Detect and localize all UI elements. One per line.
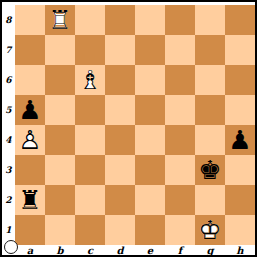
rank-labels: 87654321 bbox=[2, 5, 15, 245]
square-c7[interactable] bbox=[75, 35, 105, 65]
square-h4[interactable]: ♟ bbox=[225, 125, 255, 155]
square-f2[interactable] bbox=[165, 185, 195, 215]
white-pawn-glyph: ♙ bbox=[15, 125, 45, 155]
square-a1[interactable] bbox=[15, 215, 45, 245]
square-f7[interactable] bbox=[165, 35, 195, 65]
square-g4[interactable] bbox=[195, 125, 225, 155]
piece-black-rook[interactable]: ♜ bbox=[15, 185, 45, 215]
piece-black-pawn[interactable]: ♟ bbox=[225, 125, 255, 155]
square-b7[interactable] bbox=[45, 35, 75, 65]
square-a4[interactable]: ♟♙ bbox=[15, 125, 45, 155]
chess-diagram: 87654321 ♜♖♝♗♟♟♙♟♚♜♚♔ abcdefgh bbox=[0, 0, 257, 257]
square-c3[interactable] bbox=[75, 155, 105, 185]
square-b3[interactable] bbox=[45, 155, 75, 185]
piece-white-pawn[interactable]: ♟♙ bbox=[15, 125, 45, 155]
rank-label-6: 6 bbox=[2, 65, 15, 95]
square-f1[interactable] bbox=[165, 215, 195, 245]
square-g6[interactable] bbox=[195, 65, 225, 95]
square-g1[interactable]: ♚♔ bbox=[195, 215, 225, 245]
square-e1[interactable] bbox=[135, 215, 165, 245]
square-b8[interactable]: ♜♖ bbox=[45, 5, 75, 35]
square-h3[interactable] bbox=[225, 155, 255, 185]
square-d2[interactable] bbox=[105, 185, 135, 215]
piece-white-king[interactable]: ♚♔ bbox=[195, 215, 225, 245]
file-label-d: d bbox=[105, 245, 135, 257]
square-c5[interactable] bbox=[75, 95, 105, 125]
square-f4[interactable] bbox=[165, 125, 195, 155]
square-d8[interactable] bbox=[105, 5, 135, 35]
square-d5[interactable] bbox=[105, 95, 135, 125]
square-a8[interactable] bbox=[15, 5, 45, 35]
square-c8[interactable] bbox=[75, 5, 105, 35]
white-to-move-indicator bbox=[4, 240, 18, 254]
white-rook-glyph: ♖ bbox=[45, 5, 75, 35]
rank-label-7: 7 bbox=[2, 35, 15, 65]
square-c6[interactable]: ♝♗ bbox=[75, 65, 105, 95]
square-c2[interactable] bbox=[75, 185, 105, 215]
square-e2[interactable] bbox=[135, 185, 165, 215]
file-label-g: g bbox=[195, 245, 225, 257]
square-b4[interactable] bbox=[45, 125, 75, 155]
square-e4[interactable] bbox=[135, 125, 165, 155]
piece-black-king[interactable]: ♚ bbox=[195, 155, 225, 185]
square-b5[interactable] bbox=[45, 95, 75, 125]
square-d7[interactable] bbox=[105, 35, 135, 65]
square-b2[interactable] bbox=[45, 185, 75, 215]
square-d6[interactable] bbox=[105, 65, 135, 95]
square-d4[interactable] bbox=[105, 125, 135, 155]
square-a5[interactable]: ♟ bbox=[15, 95, 45, 125]
square-e8[interactable] bbox=[135, 5, 165, 35]
square-h8[interactable] bbox=[225, 5, 255, 35]
square-e3[interactable] bbox=[135, 155, 165, 185]
square-e5[interactable] bbox=[135, 95, 165, 125]
square-g2[interactable] bbox=[195, 185, 225, 215]
file-labels: abcdefgh bbox=[15, 245, 255, 257]
square-g8[interactable] bbox=[195, 5, 225, 35]
file-label-b: b bbox=[45, 245, 75, 257]
white-king-glyph: ♔ bbox=[195, 215, 225, 245]
square-f5[interactable] bbox=[165, 95, 195, 125]
rank-label-5: 5 bbox=[2, 95, 15, 125]
square-e6[interactable] bbox=[135, 65, 165, 95]
square-c4[interactable] bbox=[75, 125, 105, 155]
square-c1[interactable] bbox=[75, 215, 105, 245]
piece-white-bishop[interactable]: ♝♗ bbox=[75, 65, 105, 95]
square-h1[interactable] bbox=[225, 215, 255, 245]
rank-label-4: 4 bbox=[2, 125, 15, 155]
square-a3[interactable] bbox=[15, 155, 45, 185]
square-f3[interactable] bbox=[165, 155, 195, 185]
square-g7[interactable] bbox=[195, 35, 225, 65]
file-label-c: c bbox=[75, 245, 105, 257]
square-g3[interactable]: ♚ bbox=[195, 155, 225, 185]
white-bishop-glyph: ♗ bbox=[75, 65, 105, 95]
file-label-h: h bbox=[225, 245, 255, 257]
square-a2[interactable]: ♜ bbox=[15, 185, 45, 215]
square-b1[interactable] bbox=[45, 215, 75, 245]
file-label-e: e bbox=[135, 245, 165, 257]
file-label-a: a bbox=[15, 245, 45, 257]
square-e7[interactable] bbox=[135, 35, 165, 65]
rank-label-3: 3 bbox=[2, 155, 15, 185]
rank-label-2: 2 bbox=[2, 185, 15, 215]
square-d1[interactable] bbox=[105, 215, 135, 245]
square-h6[interactable] bbox=[225, 65, 255, 95]
square-f6[interactable] bbox=[165, 65, 195, 95]
piece-black-pawn[interactable]: ♟ bbox=[15, 95, 45, 125]
square-g5[interactable] bbox=[195, 95, 225, 125]
square-a7[interactable] bbox=[15, 35, 45, 65]
piece-white-rook[interactable]: ♜♖ bbox=[45, 5, 75, 35]
square-f8[interactable] bbox=[165, 5, 195, 35]
square-h2[interactable] bbox=[225, 185, 255, 215]
square-h7[interactable] bbox=[225, 35, 255, 65]
square-h5[interactable] bbox=[225, 95, 255, 125]
chess-board[interactable]: ♜♖♝♗♟♟♙♟♚♜♚♔ bbox=[15, 5, 255, 245]
square-b6[interactable] bbox=[45, 65, 75, 95]
square-a6[interactable] bbox=[15, 65, 45, 95]
file-label-f: f bbox=[165, 245, 195, 257]
square-d3[interactable] bbox=[105, 155, 135, 185]
rank-label-8: 8 bbox=[2, 5, 15, 35]
